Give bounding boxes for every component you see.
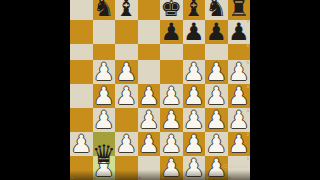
square-a8[interactable] [70,0,93,20]
piece-white-pawn[interactable]: ♟ [228,60,250,84]
piece-white-pawn[interactable]: ♟ [205,84,227,108]
square-f3[interactable]: ♟ [183,108,206,132]
square-g2[interactable]: ♟ [205,132,228,156]
square-g8[interactable]: ♞ [205,0,228,20]
piece-white-pawn[interactable]: ♟ [205,60,227,84]
square-g1[interactable]: ♟g [205,156,228,180]
square-f8[interactable]: ♝ [183,0,206,20]
square-g4[interactable]: ♟ [205,84,228,108]
square-f5[interactable]: ♟ [183,60,206,84]
square-d5[interactable] [138,60,161,84]
square-h4[interactable]: ♟4 [228,84,251,108]
square-d2[interactable]: ♟ [138,132,161,156]
square-b8[interactable]: ♞ [93,0,116,20]
piece-black-pawn[interactable]: ♟ [160,20,182,44]
piece-black-pawn[interactable]: ♟ [228,20,250,44]
video-frame: ♞♝♚♝♞♜8♟♟♟♟76♟♟♟♟♟5♟♟♟♟♟♟♟4♟♟♟♟♟♟3♟♟♟♟♟♟… [0,0,320,180]
square-b7[interactable] [93,20,116,44]
piece-white-pawn[interactable]: ♟ [183,132,205,156]
piece-black-rook[interactable]: ♜ [228,0,250,20]
square-c4[interactable]: ♟ [115,84,138,108]
coordinate-file-label: h [229,176,231,180]
piece-black-queen-animating[interactable]: ♛ [93,140,116,168]
piece-white-pawn[interactable]: ♟ [228,132,250,156]
piece-black-bishop[interactable]: ♝ [115,0,137,20]
coordinate-file-label: d [139,176,141,180]
square-f7[interactable]: ♟ [183,20,206,44]
square-g3[interactable]: ♟ [205,108,228,132]
square-f1[interactable]: ♟f [183,156,206,180]
square-d1[interactable]: d [138,156,161,180]
square-e5[interactable] [160,60,183,84]
square-b4[interactable]: ♟ [93,84,116,108]
piece-white-pawn[interactable]: ♟ [160,108,182,132]
square-e6[interactable] [160,44,183,61]
square-e8[interactable]: ♚ [160,0,183,20]
piece-black-knight[interactable]: ♞ [205,0,227,20]
letterbox-right [250,0,320,180]
square-a6[interactable] [70,44,93,61]
square-a4[interactable] [70,84,93,108]
square-a2[interactable]: ♟ [70,132,93,156]
square-b5[interactable]: ♟ [93,60,116,84]
piece-white-pawn[interactable]: ♟ [115,84,137,108]
square-d7[interactable] [138,20,161,44]
piece-black-pawn[interactable]: ♟ [205,20,227,44]
piece-black-bishop[interactable]: ♝ [183,0,205,20]
square-h5[interactable]: ♟5 [228,60,251,84]
square-c1[interactable]: c [115,156,138,180]
coordinate-rank-label: 1 [247,157,249,161]
piece-white-pawn[interactable]: ♟ [138,108,160,132]
square-a5[interactable] [70,60,93,84]
square-a3[interactable] [70,108,93,132]
piece-white-pawn[interactable]: ♟ [115,60,137,84]
square-h3[interactable]: ♟3 [228,108,251,132]
square-f2[interactable]: ♟ [183,132,206,156]
square-h2[interactable]: ♟2 [228,132,251,156]
piece-black-knight[interactable]: ♞ [93,0,115,20]
square-h8[interactable]: ♜8 [228,0,251,20]
square-d4[interactable]: ♟ [138,84,161,108]
piece-white-pawn[interactable]: ♟ [228,108,250,132]
square-e2[interactable]: ♟ [160,132,183,156]
square-h7[interactable]: ♟7 [228,20,251,44]
piece-white-pawn[interactable]: ♟ [115,132,137,156]
square-f4[interactable]: ♟ [183,84,206,108]
square-c5[interactable]: ♟ [115,60,138,84]
coordinate-file-label: a [71,176,73,180]
piece-white-pawn[interactable]: ♟ [138,84,160,108]
piece-white-pawn[interactable]: ♟ [183,156,205,180]
piece-white-pawn[interactable]: ♟ [93,60,115,84]
square-e7[interactable]: ♟ [160,20,183,44]
square-g7[interactable]: ♟ [205,20,228,44]
square-d8[interactable] [138,0,161,20]
square-b3[interactable]: ♟ [93,108,116,132]
square-g5[interactable]: ♟ [205,60,228,84]
square-d3[interactable]: ♟ [138,108,161,132]
coordinate-file-label: c [116,176,118,180]
piece-white-pawn[interactable]: ♟ [93,84,115,108]
piece-white-pawn[interactable]: ♟ [183,84,205,108]
piece-white-pawn[interactable]: ♟ [160,156,182,180]
piece-white-pawn[interactable]: ♟ [205,108,227,132]
square-c3[interactable] [115,108,138,132]
square-c2[interactable]: ♟ [115,132,138,156]
piece-black-pawn[interactable]: ♟ [183,20,205,44]
square-d6[interactable] [138,44,161,61]
piece-white-pawn[interactable]: ♟ [183,60,205,84]
video-content: ♞♝♚♝♞♜8♟♟♟♟76♟♟♟♟♟5♟♟♟♟♟♟♟4♟♟♟♟♟♟3♟♟♟♟♟♟… [70,0,250,180]
square-c7[interactable] [115,20,138,44]
square-e1[interactable]: ♟e [160,156,183,180]
piece-white-pawn[interactable]: ♟ [160,132,182,156]
piece-white-pawn[interactable]: ♟ [160,84,182,108]
square-e3[interactable]: ♟ [160,108,183,132]
piece-white-pawn[interactable]: ♟ [205,156,227,180]
piece-white-pawn[interactable]: ♟ [70,132,92,156]
coordinate-rank-label: 6 [247,44,249,48]
square-a7[interactable] [70,20,93,44]
piece-white-pawn[interactable]: ♟ [138,132,160,156]
square-c8[interactable]: ♝ [115,0,138,20]
piece-white-pawn[interactable]: ♟ [205,132,227,156]
square-a1[interactable]: a [70,156,93,180]
piece-black-king[interactable]: ♚ [160,0,182,20]
piece-white-pawn[interactable]: ♟ [183,108,205,132]
piece-white-pawn[interactable]: ♟ [228,84,250,108]
letterbox-left [0,0,70,180]
square-e4[interactable]: ♟ [160,84,183,108]
piece-white-pawn[interactable]: ♟ [93,108,115,132]
square-h1[interactable]: 1h [228,156,251,180]
